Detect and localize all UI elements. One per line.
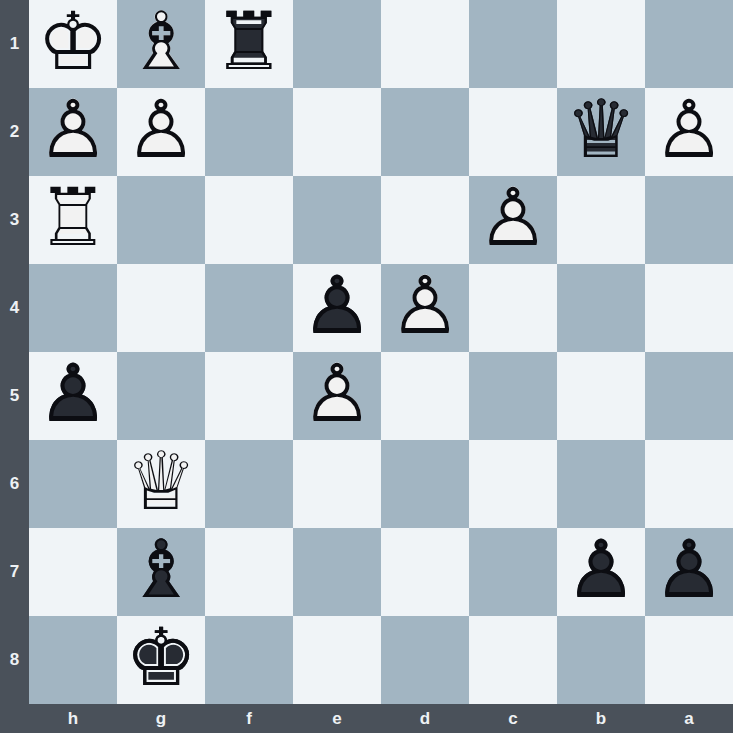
piece-white-bishop[interactable]: ♝♗ <box>117 0 205 88</box>
square-g3[interactable] <box>117 176 205 264</box>
square-h8[interactable] <box>29 616 117 704</box>
piece-white-king[interactable]: ♚♔ <box>29 0 117 88</box>
square-f7[interactable] <box>205 528 293 616</box>
white-pawn-outline-icon: ♙ <box>381 264 469 352</box>
file-label-b: b <box>557 704 645 733</box>
rank-label-2: 2 <box>0 88 29 176</box>
piece-white-pawn[interactable]: ♟♙ <box>293 352 381 440</box>
square-d1[interactable] <box>381 0 469 88</box>
chess-board-diagram: 12345678 ♚♔♝♗♜♖♟♙♟♙♛♕♟♙♜♖♟♙♟♙♟♙♟♙♟♙♛♕♝♗♟… <box>0 0 733 733</box>
black-bishop-outline-icon: ♗ <box>117 528 205 616</box>
piece-black-queen[interactable]: ♛♕ <box>557 88 645 176</box>
piece-white-pawn[interactable]: ♟♙ <box>645 88 733 176</box>
piece-white-pawn[interactable]: ♟♙ <box>381 264 469 352</box>
square-d6[interactable] <box>381 440 469 528</box>
square-g4[interactable] <box>117 264 205 352</box>
square-b3[interactable] <box>557 176 645 264</box>
square-b1[interactable] <box>557 0 645 88</box>
square-a7[interactable]: ♟♙ <box>645 528 733 616</box>
white-pawn-outline-icon: ♙ <box>469 176 557 264</box>
square-e1[interactable] <box>293 0 381 88</box>
rank-label-8: 8 <box>0 616 29 704</box>
file-label-g: g <box>117 704 205 733</box>
square-d7[interactable] <box>381 528 469 616</box>
square-f4[interactable] <box>205 264 293 352</box>
square-b4[interactable] <box>557 264 645 352</box>
piece-white-rook[interactable]: ♜♖ <box>29 176 117 264</box>
square-h6[interactable] <box>29 440 117 528</box>
square-f3[interactable] <box>205 176 293 264</box>
piece-black-pawn[interactable]: ♟♙ <box>557 528 645 616</box>
square-g8[interactable]: ♚♔ <box>117 616 205 704</box>
frame-corner <box>0 704 29 733</box>
square-g2[interactable]: ♟♙ <box>117 88 205 176</box>
square-d2[interactable] <box>381 88 469 176</box>
square-g1[interactable]: ♝♗ <box>117 0 205 88</box>
black-pawn-outline-icon: ♙ <box>557 528 645 616</box>
square-c1[interactable] <box>469 0 557 88</box>
square-d4[interactable]: ♟♙ <box>381 264 469 352</box>
square-c7[interactable] <box>469 528 557 616</box>
square-d5[interactable] <box>381 352 469 440</box>
square-e3[interactable] <box>293 176 381 264</box>
rank-labels: 12345678 <box>0 0 29 704</box>
file-labels: hgfedcba <box>29 704 733 733</box>
piece-black-rook[interactable]: ♜♖ <box>205 0 293 88</box>
rank-label-1: 1 <box>0 0 29 88</box>
square-a3[interactable] <box>645 176 733 264</box>
rank-label-6: 6 <box>0 440 29 528</box>
square-a8[interactable] <box>645 616 733 704</box>
white-pawn-outline-icon: ♙ <box>645 88 733 176</box>
white-pawn-outline-icon: ♙ <box>117 88 205 176</box>
square-f2[interactable] <box>205 88 293 176</box>
square-e6[interactable] <box>293 440 381 528</box>
piece-black-pawn[interactable]: ♟♙ <box>293 264 381 352</box>
square-c8[interactable] <box>469 616 557 704</box>
chess-board: ♚♔♝♗♜♖♟♙♟♙♛♕♟♙♜♖♟♙♟♙♟♙♟♙♟♙♛♕♝♗♟♙♟♙♚♔ <box>29 0 733 704</box>
file-label-e: e <box>293 704 381 733</box>
square-d3[interactable] <box>381 176 469 264</box>
square-h2[interactable]: ♟♙ <box>29 88 117 176</box>
piece-black-pawn[interactable]: ♟♙ <box>645 528 733 616</box>
white-king-outline-icon: ♔ <box>29 0 117 88</box>
white-bishop-outline-icon: ♗ <box>117 0 205 88</box>
square-g7[interactable]: ♝♗ <box>117 528 205 616</box>
square-f1[interactable]: ♜♖ <box>205 0 293 88</box>
white-queen-outline-icon: ♕ <box>117 440 205 528</box>
square-g5[interactable] <box>117 352 205 440</box>
square-h5[interactable]: ♟♙ <box>29 352 117 440</box>
rank-label-7: 7 <box>0 528 29 616</box>
square-e7[interactable] <box>293 528 381 616</box>
square-e8[interactable] <box>293 616 381 704</box>
white-pawn-outline-icon: ♙ <box>29 88 117 176</box>
square-c4[interactable] <box>469 264 557 352</box>
square-c6[interactable] <box>469 440 557 528</box>
piece-white-queen[interactable]: ♛♕ <box>117 440 205 528</box>
square-g6[interactable]: ♛♕ <box>117 440 205 528</box>
square-d8[interactable] <box>381 616 469 704</box>
piece-black-king[interactable]: ♚♔ <box>117 616 205 704</box>
file-label-f: f <box>205 704 293 733</box>
square-c5[interactable] <box>469 352 557 440</box>
piece-black-bishop[interactable]: ♝♗ <box>117 528 205 616</box>
square-e4[interactable]: ♟♙ <box>293 264 381 352</box>
file-label-d: d <box>381 704 469 733</box>
file-label-c: c <box>469 704 557 733</box>
square-e5[interactable]: ♟♙ <box>293 352 381 440</box>
piece-black-pawn[interactable]: ♟♙ <box>29 352 117 440</box>
square-a2[interactable]: ♟♙ <box>645 88 733 176</box>
square-f8[interactable] <box>205 616 293 704</box>
square-h1[interactable]: ♚♔ <box>29 0 117 88</box>
square-a6[interactable] <box>645 440 733 528</box>
square-b8[interactable] <box>557 616 645 704</box>
rank-label-3: 3 <box>0 176 29 264</box>
black-rook-outline-icon: ♖ <box>205 0 293 88</box>
piece-white-pawn[interactable]: ♟♙ <box>117 88 205 176</box>
white-pawn-outline-icon: ♙ <box>293 352 381 440</box>
white-rook-outline-icon: ♖ <box>29 176 117 264</box>
black-king-outline-icon: ♔ <box>117 616 205 704</box>
square-b6[interactable] <box>557 440 645 528</box>
square-h7[interactable] <box>29 528 117 616</box>
piece-white-pawn[interactable]: ♟♙ <box>29 88 117 176</box>
file-label-h: h <box>29 704 117 733</box>
square-h3[interactable]: ♜♖ <box>29 176 117 264</box>
black-queen-outline-icon: ♕ <box>557 88 645 176</box>
black-pawn-outline-icon: ♙ <box>645 528 733 616</box>
file-label-a: a <box>645 704 733 733</box>
square-a1[interactable] <box>645 0 733 88</box>
square-b2[interactable]: ♛♕ <box>557 88 645 176</box>
piece-white-pawn[interactable]: ♟♙ <box>469 176 557 264</box>
square-f6[interactable] <box>205 440 293 528</box>
rank-label-5: 5 <box>0 352 29 440</box>
square-c3[interactable]: ♟♙ <box>469 176 557 264</box>
black-pawn-outline-icon: ♙ <box>29 352 117 440</box>
square-a4[interactable] <box>645 264 733 352</box>
square-e2[interactable] <box>293 88 381 176</box>
square-h4[interactable] <box>29 264 117 352</box>
black-pawn-outline-icon: ♙ <box>293 264 381 352</box>
rank-label-4: 4 <box>0 264 29 352</box>
square-a5[interactable] <box>645 352 733 440</box>
square-b5[interactable] <box>557 352 645 440</box>
square-b7[interactable]: ♟♙ <box>557 528 645 616</box>
square-f5[interactable] <box>205 352 293 440</box>
square-c2[interactable] <box>469 88 557 176</box>
